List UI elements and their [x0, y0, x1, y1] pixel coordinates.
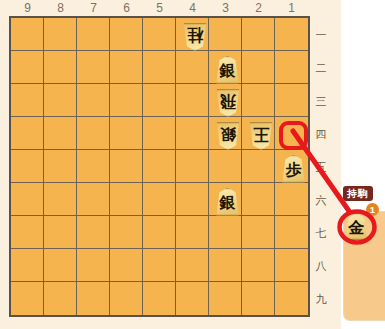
shogi-app-page: 桂銀飛銀王歩銀 持駒 1 金 987654321一二三四五六七八九	[0, 0, 385, 329]
board-square-2二[interactable]	[242, 51, 275, 84]
board-square-3九[interactable]	[209, 282, 242, 315]
board-square-8六[interactable]	[44, 183, 77, 216]
board-square-7三[interactable]	[77, 84, 110, 117]
board-square-8一[interactable]	[44, 18, 77, 51]
board-square-9二[interactable]	[11, 51, 44, 84]
board-square-1七[interactable]	[275, 216, 308, 249]
board-square-7七[interactable]	[77, 216, 110, 249]
file-label-4: 4	[183, 1, 203, 15]
board-square-3一[interactable]	[209, 18, 242, 51]
board-square-9七[interactable]	[11, 216, 44, 249]
board-square-6八[interactable]	[110, 249, 143, 282]
board-square-5二[interactable]	[143, 51, 176, 84]
board-square-3八[interactable]	[209, 249, 242, 282]
board-square-9九[interactable]	[11, 282, 44, 315]
board-square-2七[interactable]	[242, 216, 275, 249]
board-square-3五[interactable]	[209, 150, 242, 183]
board-square-6四[interactable]	[110, 117, 143, 150]
file-label-5: 5	[150, 1, 170, 15]
board-square-4六[interactable]	[176, 183, 209, 216]
board-square-9一[interactable]	[11, 18, 44, 51]
rank-label-1: 一	[313, 28, 329, 43]
board-square-8四[interactable]	[44, 117, 77, 150]
board-square-6一[interactable]	[110, 18, 143, 51]
board-square-6九[interactable]	[110, 282, 143, 315]
file-label-2: 2	[249, 1, 269, 15]
board-square-2一[interactable]	[242, 18, 275, 51]
board-square-5七[interactable]	[143, 216, 176, 249]
board-square-4九[interactable]	[176, 282, 209, 315]
file-label-7: 7	[84, 1, 104, 15]
rank-label-7: 七	[313, 226, 329, 241]
board-square-9八[interactable]	[11, 249, 44, 282]
board-square-8二[interactable]	[44, 51, 77, 84]
board-square-5八[interactable]	[143, 249, 176, 282]
piece-glyph: 銀	[220, 63, 236, 79]
board-square-1三[interactable]	[275, 84, 308, 117]
board-square-7八[interactable]	[77, 249, 110, 282]
board-square-9五[interactable]	[11, 150, 44, 183]
board-square-6三[interactable]	[110, 84, 143, 117]
rank-label-3: 三	[313, 94, 329, 109]
board-square-6七[interactable]	[110, 216, 143, 249]
board-square-5四[interactable]	[143, 117, 176, 150]
board-square-1一[interactable]	[275, 18, 308, 51]
board-square-7九[interactable]	[77, 282, 110, 315]
board-square-7五[interactable]	[77, 150, 110, 183]
board-square-6六[interactable]	[110, 183, 143, 216]
board-square-1二[interactable]	[275, 51, 308, 84]
highlighted-square-1四[interactable]	[279, 121, 308, 150]
hand-piece-count-badge: 1	[366, 203, 379, 216]
board-square-4三[interactable]	[176, 84, 209, 117]
board-square-8七[interactable]	[44, 216, 77, 249]
board-square-5三[interactable]	[143, 84, 176, 117]
board-square-2八[interactable]	[242, 249, 275, 282]
shogi-board: 桂銀飛銀王歩銀	[9, 16, 310, 317]
rank-label-9: 九	[313, 292, 329, 307]
file-label-8: 8	[51, 1, 71, 15]
board-square-9三[interactable]	[11, 84, 44, 117]
board-square-2六[interactable]	[242, 183, 275, 216]
hand-piece-glyph: 金	[349, 220, 365, 236]
file-label-3: 3	[216, 1, 236, 15]
board-square-8五[interactable]	[44, 150, 77, 183]
piece-glyph: 飛	[220, 93, 236, 109]
board-square-9四[interactable]	[11, 117, 44, 150]
piece-glyph: 桂	[187, 27, 203, 43]
board-square-5九[interactable]	[143, 282, 176, 315]
piece-glyph: 王	[253, 126, 269, 142]
board-square-4七[interactable]	[176, 216, 209, 249]
board-square-7四[interactable]	[77, 117, 110, 150]
hand-label-badge: 持駒	[343, 186, 373, 201]
board-square-8三[interactable]	[44, 84, 77, 117]
board-square-5一[interactable]	[143, 18, 176, 51]
board-square-8九[interactable]	[44, 282, 77, 315]
file-label-6: 6	[117, 1, 137, 15]
board-square-4四[interactable]	[176, 117, 209, 150]
board-square-3七[interactable]	[209, 216, 242, 249]
board-square-6五[interactable]	[110, 150, 143, 183]
board-square-9六[interactable]	[11, 183, 44, 216]
board-square-8八[interactable]	[44, 249, 77, 282]
board-square-7六[interactable]	[77, 183, 110, 216]
rank-label-5: 五	[313, 160, 329, 175]
board-square-4二[interactable]	[176, 51, 209, 84]
file-label-1: 1	[282, 1, 302, 15]
rank-label-4: 四	[313, 127, 329, 142]
board-square-1九[interactable]	[275, 282, 308, 315]
file-label-9: 9	[18, 1, 38, 15]
piece-glyph: 銀	[220, 126, 236, 142]
board-square-1八[interactable]	[275, 249, 308, 282]
board-square-4五[interactable]	[176, 150, 209, 183]
rank-label-6: 六	[313, 193, 329, 208]
board-square-1六[interactable]	[275, 183, 308, 216]
rank-label-2: 二	[313, 61, 329, 76]
board-square-7二[interactable]	[77, 51, 110, 84]
board-square-5五[interactable]	[143, 150, 176, 183]
board-square-2九[interactable]	[242, 282, 275, 315]
board-square-2三[interactable]	[242, 84, 275, 117]
board-square-6二[interactable]	[110, 51, 143, 84]
piece-glyph: 歩	[286, 162, 302, 178]
board-square-7一[interactable]	[77, 18, 110, 51]
board-square-4八[interactable]	[176, 249, 209, 282]
board-square-5六[interactable]	[143, 183, 176, 216]
board-square-2五[interactable]	[242, 150, 275, 183]
piece-glyph: 銀	[220, 195, 236, 211]
rank-label-8: 八	[313, 259, 329, 274]
